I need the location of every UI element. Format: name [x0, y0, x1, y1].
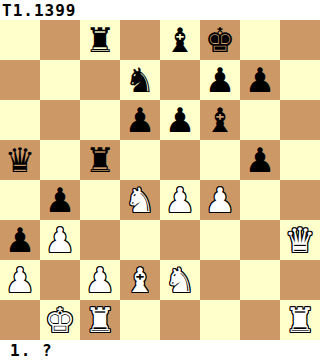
- square-e1[interactable]: [160, 300, 200, 340]
- square-h5[interactable]: [280, 140, 320, 180]
- piece-black-bishop: ♝: [205, 100, 235, 140]
- square-d2[interactable]: ♝: [120, 260, 160, 300]
- piece-white-pawn: ♟: [85, 260, 115, 300]
- piece-black-king: ♚: [205, 20, 235, 60]
- square-f1[interactable]: [200, 300, 240, 340]
- piece-white-pawn: ♟: [205, 180, 235, 220]
- square-e8[interactable]: ♝: [160, 20, 200, 60]
- square-c8[interactable]: ♜: [80, 20, 120, 60]
- square-c3[interactable]: [80, 220, 120, 260]
- square-c7[interactable]: [80, 60, 120, 100]
- piece-white-pawn: ♟: [45, 220, 75, 260]
- square-b6[interactable]: [40, 100, 80, 140]
- square-h6[interactable]: [280, 100, 320, 140]
- square-g7[interactable]: ♟: [240, 60, 280, 100]
- piece-black-pawn: ♟: [245, 140, 275, 180]
- square-e2[interactable]: ♞: [160, 260, 200, 300]
- square-b3[interactable]: ♟: [40, 220, 80, 260]
- piece-black-pawn: ♟: [205, 60, 235, 100]
- square-d3[interactable]: [120, 220, 160, 260]
- square-a5[interactable]: ♛: [0, 140, 40, 180]
- piece-black-queen: ♛: [5, 140, 35, 180]
- piece-black-knight: ♞: [125, 60, 155, 100]
- piece-black-bishop: ♝: [165, 20, 195, 60]
- square-f3[interactable]: [200, 220, 240, 260]
- piece-black-pawn: ♟: [165, 100, 195, 140]
- square-e6[interactable]: ♟: [160, 100, 200, 140]
- piece-white-knight: ♞: [165, 260, 195, 300]
- piece-white-queen: ♛: [285, 220, 315, 260]
- square-d6[interactable]: ♟: [120, 100, 160, 140]
- piece-white-knight: ♞: [125, 180, 155, 220]
- square-h3[interactable]: ♛: [280, 220, 320, 260]
- piece-black-rook: ♜: [85, 20, 115, 60]
- square-d1[interactable]: [120, 300, 160, 340]
- square-b2[interactable]: [40, 260, 80, 300]
- square-e3[interactable]: [160, 220, 200, 260]
- square-d5[interactable]: [120, 140, 160, 180]
- square-e7[interactable]: [160, 60, 200, 100]
- square-a6[interactable]: [0, 100, 40, 140]
- square-f5[interactable]: [200, 140, 240, 180]
- square-d4[interactable]: ♞: [120, 180, 160, 220]
- square-a2[interactable]: ♟: [0, 260, 40, 300]
- piece-white-pawn: ♟: [165, 180, 195, 220]
- square-g4[interactable]: [240, 180, 280, 220]
- piece-black-rook: ♜: [85, 140, 115, 180]
- piece-white-pawn: ♟: [5, 260, 35, 300]
- piece-black-pawn: ♟: [45, 180, 75, 220]
- square-h8[interactable]: [280, 20, 320, 60]
- puzzle-id-label: T1.1399: [2, 1, 76, 20]
- piece-white-rook: ♜: [285, 300, 315, 340]
- square-g6[interactable]: [240, 100, 280, 140]
- square-c6[interactable]: [80, 100, 120, 140]
- square-d7[interactable]: ♞: [120, 60, 160, 100]
- square-c5[interactable]: ♜: [80, 140, 120, 180]
- piece-black-pawn: ♟: [125, 100, 155, 140]
- chess-board: ♜♝♚♞♟♟♟♟♝♛♜♟♟♞♟♟♟♟♛♟♟♝♞♚♜♜: [0, 20, 320, 340]
- square-a4[interactable]: [0, 180, 40, 220]
- square-a1[interactable]: [0, 300, 40, 340]
- square-c1[interactable]: ♜: [80, 300, 120, 340]
- square-f4[interactable]: ♟: [200, 180, 240, 220]
- square-f7[interactable]: ♟: [200, 60, 240, 100]
- piece-white-rook: ♜: [85, 300, 115, 340]
- square-a3[interactable]: ♟: [0, 220, 40, 260]
- piece-white-king: ♚: [45, 300, 75, 340]
- square-g5[interactable]: ♟: [240, 140, 280, 180]
- square-b5[interactable]: [40, 140, 80, 180]
- square-f2[interactable]: [200, 260, 240, 300]
- square-e4[interactable]: ♟: [160, 180, 200, 220]
- square-b4[interactable]: ♟: [40, 180, 80, 220]
- square-h4[interactable]: [280, 180, 320, 220]
- square-h1[interactable]: ♜: [280, 300, 320, 340]
- square-g2[interactable]: [240, 260, 280, 300]
- move-prompt: 1. ?: [10, 341, 53, 360]
- square-c2[interactable]: ♟: [80, 260, 120, 300]
- piece-black-pawn: ♟: [245, 60, 275, 100]
- square-a7[interactable]: [0, 60, 40, 100]
- square-f8[interactable]: ♚: [200, 20, 240, 60]
- square-h7[interactable]: [280, 60, 320, 100]
- square-c4[interactable]: [80, 180, 120, 220]
- square-g3[interactable]: [240, 220, 280, 260]
- piece-black-pawn: ♟: [5, 220, 35, 260]
- square-g1[interactable]: [240, 300, 280, 340]
- square-b7[interactable]: [40, 60, 80, 100]
- square-a8[interactable]: [0, 20, 40, 60]
- square-f6[interactable]: ♝: [200, 100, 240, 140]
- square-b1[interactable]: ♚: [40, 300, 80, 340]
- piece-white-bishop: ♝: [125, 260, 155, 300]
- square-b8[interactable]: [40, 20, 80, 60]
- square-g8[interactable]: [240, 20, 280, 60]
- square-e5[interactable]: [160, 140, 200, 180]
- square-d8[interactable]: [120, 20, 160, 60]
- square-h2[interactable]: [280, 260, 320, 300]
